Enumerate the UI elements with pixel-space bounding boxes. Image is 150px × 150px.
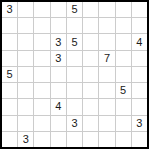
- cell-r8c7[interactable]: [99, 116, 114, 131]
- cell-r8c4[interactable]: [51, 116, 66, 131]
- cell-r3c2[interactable]: [18, 34, 33, 49]
- given-digit: 7: [104, 53, 110, 64]
- cell-r5c6[interactable]: [83, 67, 98, 82]
- cell-r8c6[interactable]: [83, 116, 98, 131]
- cell-r6c2[interactable]: [18, 83, 33, 98]
- cell-r7c6[interactable]: [83, 99, 98, 114]
- cell-r6c8: 5: [116, 83, 131, 98]
- cell-r3c7[interactable]: [99, 34, 114, 49]
- cell-r8c9: 3: [132, 116, 147, 131]
- cell-r4c5[interactable]: [67, 51, 82, 66]
- cell-r8c1[interactable]: [2, 116, 17, 131]
- cell-r7c5[interactable]: [67, 99, 82, 114]
- cell-r6c1[interactable]: [2, 83, 17, 98]
- cell-r2c8[interactable]: [116, 18, 131, 33]
- cell-r1c9[interactable]: [132, 2, 147, 17]
- cell-r3c3[interactable]: [34, 34, 49, 49]
- cell-r4c1[interactable]: [2, 51, 17, 66]
- given-digit: 3: [71, 118, 77, 129]
- cell-r4c8[interactable]: [116, 51, 131, 66]
- given-digit: 3: [23, 134, 29, 145]
- cell-r7c4: 4: [51, 99, 66, 114]
- cell-r5c2[interactable]: [18, 67, 33, 82]
- cell-r3c4: 3: [51, 34, 66, 49]
- cell-r1c6[interactable]: [83, 2, 98, 17]
- cell-r7c3[interactable]: [34, 99, 49, 114]
- cell-r1c4[interactable]: [51, 2, 66, 17]
- cell-r8c5: 3: [67, 116, 82, 131]
- given-digit: 5: [120, 85, 126, 96]
- cell-r1c1: 3: [2, 2, 17, 17]
- cell-r5c8[interactable]: [116, 67, 131, 82]
- given-digit: 4: [55, 101, 61, 112]
- cell-r1c7[interactable]: [99, 2, 114, 17]
- cell-r2c5[interactable]: [67, 18, 82, 33]
- cell-r9c7[interactable]: [99, 132, 114, 147]
- cell-r2c7[interactable]: [99, 18, 114, 33]
- cell-r6c7[interactable]: [99, 83, 114, 98]
- cell-r5c9[interactable]: [132, 67, 147, 82]
- given-digit: 3: [7, 4, 13, 15]
- cell-r8c2[interactable]: [18, 116, 33, 131]
- cell-r6c5[interactable]: [67, 83, 82, 98]
- cell-r5c4[interactable]: [51, 67, 66, 82]
- cell-r9c3[interactable]: [34, 132, 49, 147]
- cell-r4c2[interactable]: [18, 51, 33, 66]
- cell-r2c3[interactable]: [34, 18, 49, 33]
- cell-r9c4[interactable]: [51, 132, 66, 147]
- given-digit: 3: [55, 53, 61, 64]
- cell-r5c3[interactable]: [34, 67, 49, 82]
- cell-r4c9[interactable]: [132, 51, 147, 66]
- cell-r1c5: 5: [67, 2, 82, 17]
- cell-r4c3[interactable]: [34, 51, 49, 66]
- cell-r9c2: 3: [18, 132, 33, 147]
- cell-r2c1[interactable]: [2, 18, 17, 33]
- cell-r3c6[interactable]: [83, 34, 98, 49]
- cell-r2c4[interactable]: [51, 18, 66, 33]
- cell-r5c1: 5: [2, 67, 17, 82]
- cell-r4c7: 7: [99, 51, 114, 66]
- cell-r2c2[interactable]: [18, 18, 33, 33]
- cell-r9c6[interactable]: [83, 132, 98, 147]
- cell-r7c2[interactable]: [18, 99, 33, 114]
- cell-r9c9[interactable]: [132, 132, 147, 147]
- cell-r9c1[interactable]: [2, 132, 17, 147]
- given-digit: 3: [136, 118, 142, 129]
- cell-r9c8[interactable]: [116, 132, 131, 147]
- given-digit: 4: [136, 37, 142, 48]
- cell-r3c5: 5: [67, 34, 82, 49]
- cell-r8c8[interactable]: [116, 116, 131, 131]
- given-digit: 3: [55, 37, 61, 48]
- cell-r1c2[interactable]: [18, 2, 33, 17]
- given-digit: 5: [71, 4, 77, 15]
- given-digit: 5: [7, 69, 13, 80]
- cell-r1c3[interactable]: [34, 2, 49, 17]
- given-digit: 5: [71, 37, 77, 48]
- cell-r5c5[interactable]: [67, 67, 82, 82]
- cell-r7c7[interactable]: [99, 99, 114, 114]
- cell-r3c9: 4: [132, 34, 147, 49]
- cell-r7c8[interactable]: [116, 99, 131, 114]
- cell-r2c6[interactable]: [83, 18, 98, 33]
- cell-r1c8[interactable]: [116, 2, 131, 17]
- cell-r4c6[interactable]: [83, 51, 98, 66]
- cell-r9c5[interactable]: [67, 132, 82, 147]
- cell-r4c4: 3: [51, 51, 66, 66]
- cell-r2c9[interactable]: [132, 18, 147, 33]
- cell-r7c1[interactable]: [2, 99, 17, 114]
- cell-r6c3[interactable]: [34, 83, 49, 98]
- puzzle-board: 3535437554333: [0, 0, 149, 149]
- cell-r5c7[interactable]: [99, 67, 114, 82]
- cell-r6c6[interactable]: [83, 83, 98, 98]
- cell-r3c8[interactable]: [116, 34, 131, 49]
- cell-r8c3[interactable]: [34, 116, 49, 131]
- cell-r6c9[interactable]: [132, 83, 147, 98]
- cell-r3c1[interactable]: [2, 34, 17, 49]
- cell-r7c9[interactable]: [132, 99, 147, 114]
- cell-r6c4[interactable]: [51, 83, 66, 98]
